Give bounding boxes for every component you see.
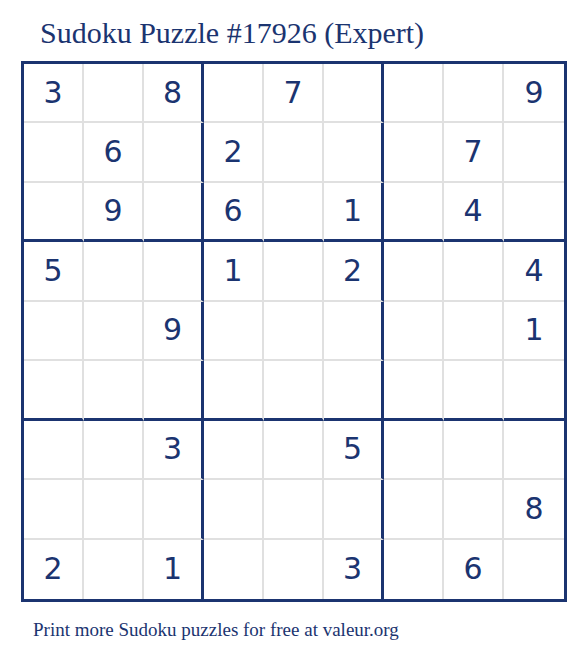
- sudoku-cell[interactable]: 8: [504, 480, 564, 539]
- sudoku-cell[interactable]: 9: [144, 302, 204, 361]
- sudoku-cell[interactable]: 9: [504, 64, 564, 123]
- sudoku-cell[interactable]: [504, 361, 564, 420]
- sudoku-cell[interactable]: [24, 480, 84, 539]
- sudoku-cell[interactable]: [504, 123, 564, 182]
- sudoku-cell[interactable]: [324, 123, 384, 182]
- sudoku-cell[interactable]: [84, 480, 144, 539]
- sudoku-cell[interactable]: [264, 123, 324, 182]
- sudoku-cell[interactable]: [444, 480, 504, 539]
- sudoku-cell[interactable]: [204, 64, 264, 123]
- sudoku-cell[interactable]: [84, 540, 144, 599]
- sudoku-cell[interactable]: [264, 480, 324, 539]
- sudoku-cell[interactable]: 1: [144, 540, 204, 599]
- page-title: Sudoku Puzzle #17926 (Expert): [40, 16, 424, 50]
- sudoku-cell[interactable]: [204, 421, 264, 480]
- sudoku-cell[interactable]: [24, 361, 84, 420]
- sudoku-cell[interactable]: 1: [204, 242, 264, 301]
- sudoku-cell[interactable]: [144, 242, 204, 301]
- sudoku-cell[interactable]: [24, 123, 84, 182]
- sudoku-cell[interactable]: [384, 183, 444, 242]
- sudoku-cell[interactable]: 5: [324, 421, 384, 480]
- sudoku-cell[interactable]: [504, 421, 564, 480]
- sudoku-cell[interactable]: [384, 361, 444, 420]
- sudoku-cell[interactable]: [384, 480, 444, 539]
- sudoku-cell[interactable]: 2: [324, 242, 384, 301]
- sudoku-cell[interactable]: [24, 183, 84, 242]
- sudoku-page: Sudoku Puzzle #17926 (Expert) 3879627961…: [0, 0, 580, 651]
- sudoku-cell[interactable]: [384, 302, 444, 361]
- sudoku-cell[interactable]: 7: [444, 123, 504, 182]
- sudoku-cell[interactable]: [144, 361, 204, 420]
- sudoku-cell[interactable]: [84, 64, 144, 123]
- sudoku-cell[interactable]: 1: [504, 302, 564, 361]
- sudoku-cell[interactable]: [384, 242, 444, 301]
- sudoku-cell[interactable]: [24, 421, 84, 480]
- sudoku-cell[interactable]: [384, 123, 444, 182]
- sudoku-cell[interactable]: [384, 540, 444, 599]
- sudoku-cell[interactable]: [444, 242, 504, 301]
- sudoku-cell[interactable]: 6: [204, 183, 264, 242]
- sudoku-cell[interactable]: [384, 64, 444, 123]
- sudoku-cell[interactable]: 9: [84, 183, 144, 242]
- sudoku-cell[interactable]: 3: [24, 64, 84, 123]
- sudoku-cell[interactable]: [324, 302, 384, 361]
- sudoku-cell[interactable]: [264, 302, 324, 361]
- sudoku-board: 387962796145124913582136: [21, 61, 567, 602]
- sudoku-cell[interactable]: [444, 302, 504, 361]
- sudoku-cell[interactable]: 6: [84, 123, 144, 182]
- sudoku-cell[interactable]: [504, 540, 564, 599]
- sudoku-cell[interactable]: [84, 242, 144, 301]
- sudoku-cell[interactable]: [264, 540, 324, 599]
- sudoku-cell[interactable]: [504, 183, 564, 242]
- sudoku-cell[interactable]: [264, 361, 324, 420]
- sudoku-cell[interactable]: 4: [444, 183, 504, 242]
- sudoku-cell[interactable]: [324, 361, 384, 420]
- sudoku-cell[interactable]: 4: [504, 242, 564, 301]
- sudoku-cell[interactable]: [204, 302, 264, 361]
- sudoku-cell[interactable]: 7: [264, 64, 324, 123]
- sudoku-cell[interactable]: [444, 361, 504, 420]
- sudoku-cell[interactable]: [204, 361, 264, 420]
- sudoku-cell[interactable]: 2: [24, 540, 84, 599]
- sudoku-cell[interactable]: [264, 242, 324, 301]
- sudoku-cell[interactable]: [204, 480, 264, 539]
- sudoku-cell[interactable]: 3: [144, 421, 204, 480]
- sudoku-cell[interactable]: [24, 302, 84, 361]
- sudoku-cell[interactable]: [144, 480, 204, 539]
- sudoku-cell[interactable]: [324, 480, 384, 539]
- sudoku-cell[interactable]: 1: [324, 183, 384, 242]
- footer-text: Print more Sudoku puzzles for free at va…: [33, 619, 399, 641]
- sudoku-cell[interactable]: [84, 302, 144, 361]
- sudoku-cell[interactable]: [444, 421, 504, 480]
- sudoku-cell[interactable]: 2: [204, 123, 264, 182]
- sudoku-cell[interactable]: [84, 421, 144, 480]
- sudoku-cell[interactable]: 6: [444, 540, 504, 599]
- sudoku-cell[interactable]: [204, 540, 264, 599]
- sudoku-cell[interactable]: [264, 421, 324, 480]
- sudoku-cell[interactable]: [144, 183, 204, 242]
- sudoku-cell[interactable]: [84, 361, 144, 420]
- sudoku-cell[interactable]: 3: [324, 540, 384, 599]
- sudoku-cell[interactable]: [324, 64, 384, 123]
- sudoku-cell[interactable]: [384, 421, 444, 480]
- sudoku-cell[interactable]: [144, 123, 204, 182]
- sudoku-cell[interactable]: [264, 183, 324, 242]
- sudoku-cell[interactable]: [444, 64, 504, 123]
- sudoku-cell[interactable]: 8: [144, 64, 204, 123]
- sudoku-cell[interactable]: 5: [24, 242, 84, 301]
